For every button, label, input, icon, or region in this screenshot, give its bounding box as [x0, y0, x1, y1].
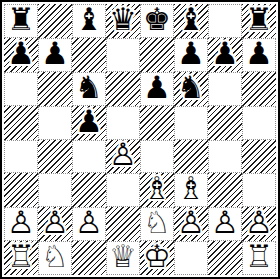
square-a6[interactable] [4, 72, 38, 106]
square-h2[interactable]: ♟♙ [242, 207, 276, 241]
square-f5[interactable] [174, 106, 208, 140]
piece-white-bishop[interactable]: ♗ [177, 174, 205, 205]
piece-black-rook[interactable]: ♜ [7, 4, 35, 35]
square-d1[interactable]: ♛♕ [106, 241, 140, 275]
square-g1[interactable] [208, 241, 242, 275]
square-f2[interactable]: ♟♙ [174, 207, 208, 241]
piece-silhouette: ♞ [41, 241, 69, 272]
piece-silhouette: ♟ [211, 207, 239, 238]
square-c2[interactable]: ♟♙ [72, 207, 106, 241]
piece-white-rook[interactable]: ♖ [245, 241, 273, 272]
piece-silhouette: ♞ [143, 207, 171, 238]
square-e2[interactable]: ♞♘ [140, 207, 174, 241]
square-e4[interactable] [140, 140, 174, 174]
piece-silhouette: ♜ [245, 241, 273, 272]
piece-white-rook[interactable]: ♖ [7, 241, 35, 272]
piece-black-pawn[interactable]: ♟ [41, 38, 69, 69]
square-a1[interactable]: ♜♖ [4, 241, 38, 275]
square-h6[interactable] [242, 72, 276, 106]
piece-black-bishop[interactable]: ♝ [75, 4, 103, 35]
piece-white-pawn[interactable]: ♙ [245, 207, 273, 238]
square-e1[interactable]: ♚♔ [140, 241, 174, 275]
square-d7[interactable] [106, 38, 140, 72]
piece-black-pawn[interactable]: ♟ [143, 72, 171, 103]
square-b4[interactable] [38, 140, 72, 174]
square-d4[interactable]: ♟♙ [106, 140, 140, 174]
square-b6[interactable] [38, 72, 72, 106]
square-g7[interactable]: ♟ [208, 38, 242, 72]
piece-black-pawn[interactable]: ♟ [75, 106, 103, 137]
square-h8[interactable]: ♜ [242, 4, 276, 38]
square-b5[interactable] [38, 106, 72, 140]
square-f8[interactable]: ♝ [174, 4, 208, 38]
piece-white-pawn[interactable]: ♙ [109, 140, 137, 171]
piece-silhouette: ♜ [7, 241, 35, 272]
square-b2[interactable]: ♟♙ [38, 207, 72, 241]
board-frame: ♜♝♛♚♝♜♟♟♟♟♟♞♟♞♟♟♙♝♗♝♗♟♙♟♙♟♙♞♘♟♙♟♙♟♙♜♖♞♘♛… [0, 0, 280, 279]
piece-black-knight[interactable]: ♞ [177, 72, 205, 103]
square-e5[interactable] [140, 106, 174, 140]
piece-black-pawn[interactable]: ♟ [7, 38, 35, 69]
square-c7[interactable] [72, 38, 106, 72]
square-b1[interactable]: ♞♘ [38, 241, 72, 275]
piece-white-bishop[interactable]: ♗ [143, 174, 171, 205]
square-h7[interactable]: ♟ [242, 38, 276, 72]
square-e6[interactable]: ♟ [140, 72, 174, 106]
square-a5[interactable] [4, 106, 38, 140]
piece-white-queen[interactable]: ♕ [109, 241, 137, 272]
piece-silhouette: ♟ [7, 207, 35, 238]
piece-silhouette: ♟ [75, 207, 103, 238]
chess-board: ♜♝♛♚♝♜♟♟♟♟♟♞♟♞♟♟♙♝♗♝♗♟♙♟♙♟♙♞♘♟♙♟♙♟♙♜♖♞♘♛… [4, 4, 276, 275]
piece-white-king[interactable]: ♔ [143, 241, 171, 272]
piece-black-queen[interactable]: ♛ [109, 4, 137, 35]
square-h4[interactable] [242, 140, 276, 174]
square-d5[interactable] [106, 106, 140, 140]
piece-silhouette: ♝ [143, 174, 171, 205]
piece-white-knight[interactable]: ♘ [41, 241, 69, 272]
piece-black-bishop[interactable]: ♝ [177, 4, 205, 35]
square-b7[interactable]: ♟ [38, 38, 72, 72]
square-a8[interactable]: ♜ [4, 4, 38, 38]
square-g3[interactable] [208, 173, 242, 207]
piece-black-pawn[interactable]: ♟ [177, 38, 205, 69]
piece-black-knight[interactable]: ♞ [75, 72, 103, 103]
square-f3[interactable]: ♝♗ [174, 173, 208, 207]
square-c8[interactable]: ♝ [72, 4, 106, 38]
square-a2[interactable]: ♟♙ [4, 207, 38, 241]
square-e3[interactable]: ♝♗ [140, 173, 174, 207]
square-a3[interactable] [4, 173, 38, 207]
square-f1[interactable] [174, 241, 208, 275]
square-f7[interactable]: ♟ [174, 38, 208, 72]
square-e8[interactable]: ♚ [140, 4, 174, 38]
square-c4[interactable] [72, 140, 106, 174]
square-a4[interactable] [4, 140, 38, 174]
square-c6[interactable]: ♞ [72, 72, 106, 106]
square-e7[interactable] [140, 38, 174, 72]
square-b3[interactable] [38, 173, 72, 207]
piece-white-pawn[interactable]: ♙ [7, 207, 35, 238]
square-c3[interactable] [72, 173, 106, 207]
square-g6[interactable] [208, 72, 242, 106]
square-g5[interactable] [208, 106, 242, 140]
square-d6[interactable] [106, 72, 140, 106]
piece-silhouette: ♟ [109, 140, 137, 171]
piece-white-pawn[interactable]: ♙ [211, 207, 239, 238]
square-f4[interactable] [174, 140, 208, 174]
piece-black-pawn[interactable]: ♟ [245, 38, 273, 69]
piece-silhouette: ♛ [109, 241, 137, 272]
square-g2[interactable]: ♟♙ [208, 207, 242, 241]
piece-black-rook[interactable]: ♜ [245, 4, 273, 35]
square-d8[interactable]: ♛ [106, 4, 140, 38]
piece-silhouette: ♚ [143, 241, 171, 272]
piece-silhouette: ♟ [41, 207, 69, 238]
square-b8[interactable] [38, 4, 72, 38]
square-d3[interactable] [106, 173, 140, 207]
piece-white-knight[interactable]: ♘ [143, 207, 171, 238]
square-g4[interactable] [208, 140, 242, 174]
piece-black-pawn[interactable]: ♟ [211, 38, 239, 69]
square-a7[interactable]: ♟ [4, 38, 38, 72]
square-c5[interactable]: ♟ [72, 106, 106, 140]
square-c1[interactable] [72, 241, 106, 275]
square-g8[interactable] [208, 4, 242, 38]
piece-silhouette: ♟ [245, 207, 273, 238]
square-h5[interactable] [242, 106, 276, 140]
square-h1[interactable]: ♜♖ [242, 241, 276, 275]
piece-silhouette: ♟ [177, 207, 205, 238]
piece-black-king[interactable]: ♚ [143, 4, 171, 35]
square-f6[interactable]: ♞ [174, 72, 208, 106]
piece-silhouette: ♝ [177, 174, 205, 205]
square-d2[interactable] [106, 207, 140, 241]
piece-white-pawn[interactable]: ♙ [41, 207, 69, 238]
square-h3[interactable] [242, 173, 276, 207]
piece-white-pawn[interactable]: ♙ [75, 207, 103, 238]
piece-white-pawn[interactable]: ♙ [177, 207, 205, 238]
